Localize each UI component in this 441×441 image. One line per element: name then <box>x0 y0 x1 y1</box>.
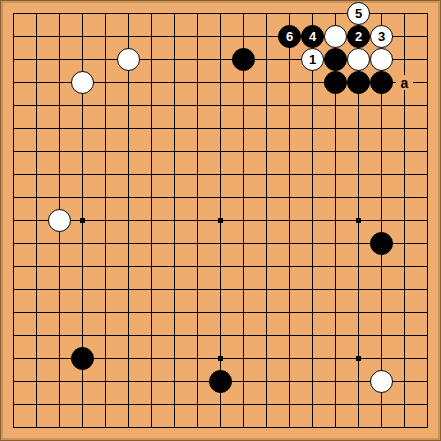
stone-white <box>347 48 370 71</box>
grid-line-horizontal <box>13 427 429 429</box>
stone-black <box>370 71 393 94</box>
grid-line-horizontal <box>13 312 429 314</box>
stone-black <box>209 370 232 393</box>
stone-black-move-2: 2 <box>347 25 370 48</box>
stone-black <box>370 232 393 255</box>
star-point <box>218 218 223 223</box>
stone-black <box>347 71 370 94</box>
grid-line-horizontal <box>13 404 429 406</box>
stone-white <box>370 48 393 71</box>
stone-black-move-4: 4 <box>301 25 324 48</box>
stone-white-move-3: 3 <box>370 25 393 48</box>
stone-white <box>370 370 393 393</box>
star-point <box>80 218 85 223</box>
stone-black <box>324 71 347 94</box>
grid-line-vertical <box>427 13 429 429</box>
grid-line-horizontal <box>13 335 429 337</box>
grid-line-horizontal <box>13 266 429 268</box>
stone-white <box>48 209 71 232</box>
grid-line-horizontal <box>13 289 429 291</box>
grid-line-vertical <box>312 13 314 429</box>
stone-white <box>117 48 140 71</box>
stone-white-move-5: 5 <box>347 2 370 25</box>
stone-black-move-6: 6 <box>278 25 301 48</box>
grid-line-vertical <box>266 13 268 429</box>
star-point <box>218 356 223 361</box>
stone-black <box>71 347 94 370</box>
stone-black <box>232 48 255 71</box>
stone-white-move-1: 1 <box>301 48 324 71</box>
stone-white <box>324 25 347 48</box>
stone-black <box>324 48 347 71</box>
go-board: 135246a <box>0 0 441 441</box>
stone-white <box>71 71 94 94</box>
star-point <box>356 356 361 361</box>
grid-line-horizontal <box>13 243 429 245</box>
point-label-a: a <box>396 75 413 90</box>
grid-line-vertical <box>289 13 291 429</box>
star-point <box>356 218 361 223</box>
grid-line-vertical <box>243 13 245 429</box>
